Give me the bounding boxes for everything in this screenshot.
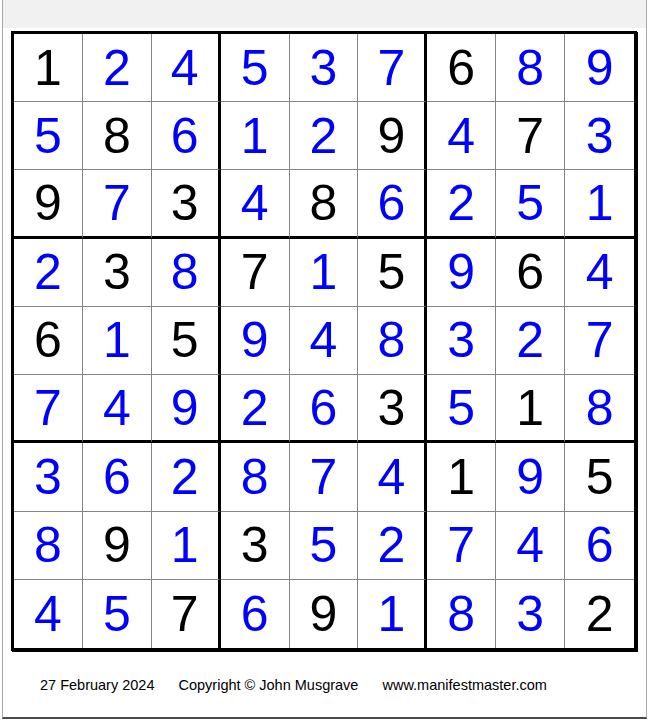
cell-r6c4[interactable]: 2 bbox=[221, 375, 290, 443]
cell-r8c2[interactable]: 9 bbox=[83, 512, 152, 580]
cell-r9c7[interactable]: 8 bbox=[427, 580, 496, 648]
cell-r6c8[interactable]: 1 bbox=[496, 375, 565, 443]
cell-r1c8[interactable]: 8 bbox=[496, 34, 565, 102]
cell-r1c4[interactable]: 5 bbox=[221, 34, 290, 102]
cell-r3c4[interactable]: 4 bbox=[221, 170, 290, 238]
cell-r7c4[interactable]: 8 bbox=[221, 443, 290, 511]
cell-r3c3[interactable]: 3 bbox=[152, 170, 221, 238]
footer-date: 27 February 2024 bbox=[40, 677, 154, 693]
cell-r3c6[interactable]: 6 bbox=[358, 170, 427, 238]
cell-r4c9[interactable]: 4 bbox=[565, 239, 634, 307]
cell-r7c5[interactable]: 7 bbox=[290, 443, 359, 511]
footer-copyright: Copyright © John Musgrave bbox=[179, 677, 359, 693]
cell-r7c1[interactable]: 3 bbox=[14, 443, 83, 511]
cell-r1c7[interactable]: 6 bbox=[427, 34, 496, 102]
cell-r4c2[interactable]: 3 bbox=[83, 239, 152, 307]
cell-r3c5[interactable]: 8 bbox=[290, 170, 359, 238]
cell-r9c4[interactable]: 6 bbox=[221, 580, 290, 648]
cell-r7c8[interactable]: 9 bbox=[496, 443, 565, 511]
footer: 27 February 2024 Copyright © John Musgra… bbox=[40, 677, 547, 693]
cell-r5c3[interactable]: 5 bbox=[152, 307, 221, 375]
cell-r4c1[interactable]: 2 bbox=[14, 239, 83, 307]
cell-r2c4[interactable]: 1 bbox=[221, 102, 290, 170]
cell-r3c7[interactable]: 2 bbox=[427, 170, 496, 238]
cell-r9c1[interactable]: 4 bbox=[14, 580, 83, 648]
cell-r8c4[interactable]: 3 bbox=[221, 512, 290, 580]
cell-r1c5[interactable]: 3 bbox=[290, 34, 359, 102]
footer-website: www.manifestmaster.com bbox=[382, 677, 546, 693]
page-top-strip bbox=[3, 0, 647, 28]
cell-r6c2[interactable]: 4 bbox=[83, 375, 152, 443]
cell-r8c8[interactable]: 4 bbox=[496, 512, 565, 580]
sudoku-solution-page: 1245376895861294739734862512387159646159… bbox=[0, 0, 650, 720]
cell-r4c3[interactable]: 8 bbox=[152, 239, 221, 307]
cell-r2c8[interactable]: 7 bbox=[496, 102, 565, 170]
cell-r2c1[interactable]: 5 bbox=[14, 102, 83, 170]
cell-r2c6[interactable]: 9 bbox=[358, 102, 427, 170]
cell-r8c1[interactable]: 8 bbox=[14, 512, 83, 580]
cell-r5c5[interactable]: 4 bbox=[290, 307, 359, 375]
cell-r5c6[interactable]: 8 bbox=[358, 307, 427, 375]
cell-r8c9[interactable]: 6 bbox=[565, 512, 634, 580]
cell-r6c7[interactable]: 5 bbox=[427, 375, 496, 443]
cell-r9c5[interactable]: 9 bbox=[290, 580, 359, 648]
cell-r7c2[interactable]: 6 bbox=[83, 443, 152, 511]
cell-r5c9[interactable]: 7 bbox=[565, 307, 634, 375]
cell-r6c3[interactable]: 9 bbox=[152, 375, 221, 443]
cell-r6c5[interactable]: 6 bbox=[290, 375, 359, 443]
cell-r2c5[interactable]: 2 bbox=[290, 102, 359, 170]
cell-r4c4[interactable]: 7 bbox=[221, 239, 290, 307]
cell-r3c9[interactable]: 1 bbox=[565, 170, 634, 238]
cell-r2c3[interactable]: 6 bbox=[152, 102, 221, 170]
cell-r7c3[interactable]: 2 bbox=[152, 443, 221, 511]
cell-r9c6[interactable]: 1 bbox=[358, 580, 427, 648]
cell-r8c5[interactable]: 5 bbox=[290, 512, 359, 580]
cell-r7c6[interactable]: 4 bbox=[358, 443, 427, 511]
cell-r5c1[interactable]: 6 bbox=[14, 307, 83, 375]
sudoku-grid: 1245376895861294739734862512387159646159… bbox=[11, 31, 637, 651]
cell-r1c3[interactable]: 4 bbox=[152, 34, 221, 102]
cell-r2c2[interactable]: 8 bbox=[83, 102, 152, 170]
cell-r9c8[interactable]: 3 bbox=[496, 580, 565, 648]
cell-r3c8[interactable]: 5 bbox=[496, 170, 565, 238]
cell-r1c1[interactable]: 1 bbox=[14, 34, 83, 102]
cell-r6c6[interactable]: 3 bbox=[358, 375, 427, 443]
cell-r5c7[interactable]: 3 bbox=[427, 307, 496, 375]
cell-r6c9[interactable]: 8 bbox=[565, 375, 634, 443]
cell-r5c2[interactable]: 1 bbox=[83, 307, 152, 375]
cell-r7c7[interactable]: 1 bbox=[427, 443, 496, 511]
cell-r8c7[interactable]: 7 bbox=[427, 512, 496, 580]
cell-r9c3[interactable]: 7 bbox=[152, 580, 221, 648]
cell-r4c7[interactable]: 9 bbox=[427, 239, 496, 307]
cell-r6c1[interactable]: 7 bbox=[14, 375, 83, 443]
cell-r4c5[interactable]: 1 bbox=[290, 239, 359, 307]
cell-r5c8[interactable]: 2 bbox=[496, 307, 565, 375]
cell-r1c6[interactable]: 7 bbox=[358, 34, 427, 102]
cell-r8c6[interactable]: 2 bbox=[358, 512, 427, 580]
cell-r7c9[interactable]: 5 bbox=[565, 443, 634, 511]
cell-r2c9[interactable]: 3 bbox=[565, 102, 634, 170]
cell-r1c2[interactable]: 2 bbox=[83, 34, 152, 102]
cell-r9c9[interactable]: 2 bbox=[565, 580, 634, 648]
cell-r4c6[interactable]: 5 bbox=[358, 239, 427, 307]
cell-r4c8[interactable]: 6 bbox=[496, 239, 565, 307]
cell-r2c7[interactable]: 4 bbox=[427, 102, 496, 170]
cell-r8c3[interactable]: 1 bbox=[152, 512, 221, 580]
cell-r3c2[interactable]: 7 bbox=[83, 170, 152, 238]
cell-r9c2[interactable]: 5 bbox=[83, 580, 152, 648]
cell-r1c9[interactable]: 9 bbox=[565, 34, 634, 102]
cell-r5c4[interactable]: 9 bbox=[221, 307, 290, 375]
cell-r3c1[interactable]: 9 bbox=[14, 170, 83, 238]
